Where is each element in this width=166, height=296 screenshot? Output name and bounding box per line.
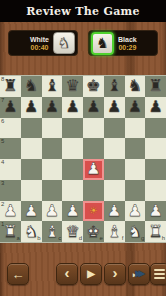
square-d6 bbox=[62, 118, 83, 139]
piece-white-pawn: ♟ bbox=[148, 203, 162, 219]
square-b5 bbox=[21, 138, 42, 159]
square-f8: ♝ bbox=[104, 76, 125, 97]
square-h8: ♜ bbox=[145, 76, 166, 97]
piece-white-rook: ♜ bbox=[3, 224, 17, 240]
piece-black-bishop: ♝ bbox=[45, 78, 59, 94]
square-c1: ♝c bbox=[42, 221, 63, 242]
square-d2: ♟ bbox=[62, 201, 83, 222]
square-b4 bbox=[21, 159, 42, 180]
chess-board: ♜8♞♝♛♚♝♞♜♟7♟♟♟♟♟♟♟654♟3♟2♟♟♟☀♟♟♟♜1a♞b♝c♛… bbox=[0, 75, 166, 243]
previous-move-button[interactable]: ‹ bbox=[56, 263, 78, 285]
square-a8: ♜8 bbox=[0, 76, 21, 97]
piece-black-pawn: ♟ bbox=[107, 99, 121, 115]
rank-label: 2 bbox=[1, 201, 4, 208]
hamburger-menu-icon bbox=[154, 269, 165, 279]
play-icon: ▶ bbox=[87, 269, 95, 279]
square-a5: 5 bbox=[0, 138, 21, 159]
square-f4 bbox=[104, 159, 125, 180]
piece-black-pawn: ♟ bbox=[128, 99, 142, 115]
piece-black-rook: ♜ bbox=[148, 78, 162, 94]
square-g2: ♟ bbox=[125, 201, 146, 222]
piece-white-rook: ♜ bbox=[148, 224, 162, 240]
square-f1: ♝f bbox=[104, 221, 125, 242]
square-b3 bbox=[21, 180, 42, 201]
piece-black-pawn: ♟ bbox=[24, 99, 38, 115]
square-h5 bbox=[145, 138, 166, 159]
square-g1: ♞g bbox=[125, 221, 146, 242]
square-e4: ♟ bbox=[83, 159, 104, 180]
chevron-left-icon: ‹ bbox=[65, 265, 70, 280]
square-b8: ♞ bbox=[21, 76, 42, 97]
square-a3: 3 bbox=[0, 180, 21, 201]
piece-white-knight: ♞ bbox=[24, 224, 38, 240]
square-c7: ♟ bbox=[42, 97, 63, 118]
square-a2: ♟2 bbox=[0, 201, 21, 222]
square-e2: ☀ bbox=[83, 201, 104, 222]
square-a6: 6 bbox=[0, 118, 21, 139]
piece-black-bishop: ♝ bbox=[107, 78, 121, 94]
square-g8: ♞ bbox=[125, 76, 146, 97]
piece-black-pawn: ♟ bbox=[3, 99, 17, 115]
square-f3 bbox=[104, 180, 125, 201]
chevron-right-icon: › bbox=[113, 265, 118, 280]
square-e6 bbox=[83, 118, 104, 139]
piece-black-king: ♚ bbox=[86, 78, 100, 94]
piece-white-pawn: ♟ bbox=[86, 161, 100, 177]
piece-white-pawn: ♟ bbox=[3, 203, 17, 219]
piece-white-pawn: ♟ bbox=[128, 203, 142, 219]
piece-black-queen: ♛ bbox=[65, 78, 79, 94]
square-g5 bbox=[125, 138, 146, 159]
black-player-clock: 00:29 bbox=[118, 44, 136, 52]
square-c5 bbox=[42, 138, 63, 159]
square-g4 bbox=[125, 159, 146, 180]
file-label: g bbox=[141, 235, 144, 242]
square-c4 bbox=[42, 159, 63, 180]
square-e5 bbox=[83, 138, 104, 159]
piece-black-rook: ♜ bbox=[3, 78, 17, 94]
square-f6 bbox=[104, 118, 125, 139]
square-d5 bbox=[62, 138, 83, 159]
square-a4: 4 bbox=[0, 159, 21, 180]
review-game-screen: Review The Game White 00:40 ♞ ♞ Black 00… bbox=[0, 0, 166, 296]
piece-white-pawn: ♟ bbox=[45, 203, 59, 219]
fast-forward-icon: ▸ ▶▶ bbox=[133, 270, 145, 278]
piece-black-knight: ♞ bbox=[128, 78, 142, 94]
next-move-button[interactable]: › bbox=[104, 263, 126, 285]
square-h1: ♜h bbox=[145, 221, 166, 242]
square-e1: ♚e bbox=[83, 221, 104, 242]
piece-white-king: ♚ bbox=[86, 224, 100, 240]
square-b7: ♟ bbox=[21, 97, 42, 118]
square-g6 bbox=[125, 118, 146, 139]
fast-forward-button[interactable]: ▸ ▶▶ bbox=[128, 263, 150, 285]
square-e3 bbox=[83, 180, 104, 201]
piece-black-pawn: ♟ bbox=[45, 99, 59, 115]
file-label: d bbox=[79, 235, 82, 242]
square-b1: ♞b bbox=[21, 221, 42, 242]
piece-black-knight: ♞ bbox=[24, 78, 38, 94]
square-h2: ♟ bbox=[145, 201, 166, 222]
square-d8: ♛ bbox=[62, 76, 83, 97]
piece-black-pawn: ♟ bbox=[148, 99, 162, 115]
square-d3 bbox=[62, 180, 83, 201]
piece-white-queen: ♛ bbox=[65, 224, 79, 240]
file-label: a bbox=[16, 235, 19, 242]
black-knight-icon: ♞ bbox=[96, 36, 109, 50]
piece-white-knight: ♞ bbox=[128, 224, 142, 240]
file-label: c bbox=[58, 235, 61, 242]
square-h4 bbox=[145, 159, 166, 180]
square-e7: ♟ bbox=[83, 97, 104, 118]
rank-label: 3 bbox=[1, 180, 4, 187]
black-player-avatar-active: ♞ bbox=[91, 32, 114, 55]
square-d1: ♛d bbox=[62, 221, 83, 242]
white-player-name: White bbox=[30, 35, 49, 44]
square-g3 bbox=[125, 180, 146, 201]
square-e8: ♚ bbox=[83, 76, 104, 97]
rank-label: 5 bbox=[1, 138, 4, 145]
file-label: h bbox=[162, 235, 165, 242]
piece-white-pawn: ♟ bbox=[24, 203, 38, 219]
piece-white-pawn: ♟ bbox=[65, 203, 79, 219]
rank-label: 4 bbox=[1, 159, 4, 166]
square-c8: ♝ bbox=[42, 76, 63, 97]
white-player-card: White 00:40 ♞ bbox=[8, 30, 78, 56]
piece-black-pawn: ♟ bbox=[65, 99, 79, 115]
square-f5 bbox=[104, 138, 125, 159]
piece-white-bishop: ♝ bbox=[45, 224, 59, 240]
square-a7: ♟7 bbox=[0, 97, 21, 118]
square-f7: ♟ bbox=[104, 97, 125, 118]
file-label: b bbox=[37, 235, 40, 242]
rank-label: 6 bbox=[1, 118, 4, 125]
title-bar: Review The Game bbox=[0, 0, 166, 22]
file-label: f bbox=[122, 235, 124, 242]
rank-label: 1 bbox=[1, 221, 4, 228]
menu-button[interactable] bbox=[150, 263, 166, 285]
square-g7: ♟ bbox=[125, 97, 146, 118]
square-f2: ♟ bbox=[104, 201, 125, 222]
square-d7: ♟ bbox=[62, 97, 83, 118]
square-c3 bbox=[42, 180, 63, 201]
play-button[interactable]: ▶ bbox=[80, 263, 102, 285]
page-title: Review The Game bbox=[26, 5, 140, 18]
white-knight-icon: ♞ bbox=[58, 36, 71, 50]
file-label: e bbox=[99, 235, 102, 242]
move-origin-marker: ☀ bbox=[89, 206, 98, 216]
square-c2: ♟ bbox=[42, 201, 63, 222]
piece-white-bishop: ♝ bbox=[107, 224, 121, 240]
square-b2: ♟ bbox=[21, 201, 42, 222]
square-h7: ♟ bbox=[145, 97, 166, 118]
rank-label: 7 bbox=[1, 97, 4, 104]
square-b6 bbox=[21, 118, 42, 139]
piece-white-pawn: ♟ bbox=[107, 203, 121, 219]
back-arrow-icon: ← bbox=[12, 268, 25, 281]
square-h3 bbox=[145, 180, 166, 201]
white-player-clock: 00:40 bbox=[31, 44, 49, 52]
rank-label: 8 bbox=[1, 76, 4, 83]
square-a1: ♜1a bbox=[0, 221, 21, 242]
black-player-name: Black bbox=[118, 35, 137, 44]
back-button[interactable]: ← bbox=[7, 263, 29, 285]
square-c6 bbox=[42, 118, 63, 139]
piece-black-pawn: ♟ bbox=[86, 99, 100, 115]
square-h6 bbox=[145, 118, 166, 139]
square-d4 bbox=[62, 159, 83, 180]
white-player-avatar: ♞ bbox=[53, 32, 75, 54]
black-player-card: ♞ Black 00:29 bbox=[88, 30, 158, 56]
